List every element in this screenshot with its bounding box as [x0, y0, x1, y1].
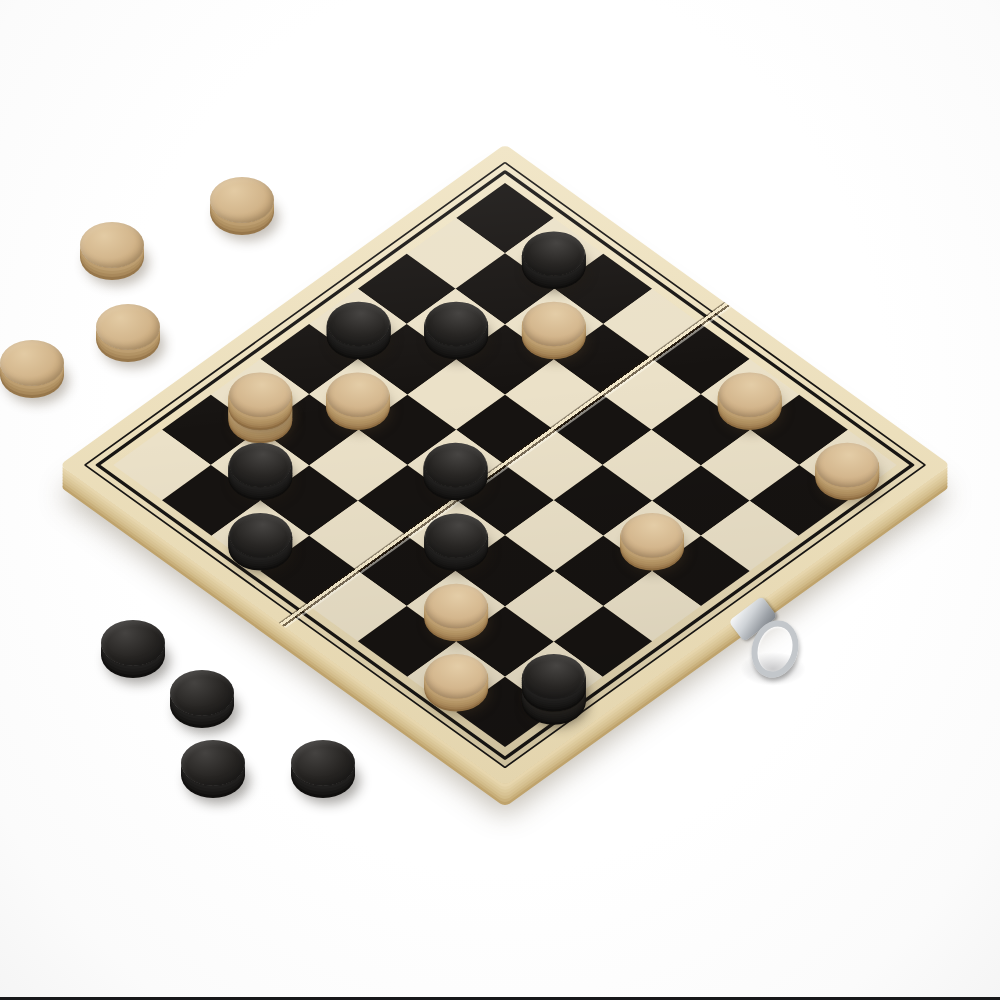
light-checker-piece-off-board: [0, 340, 64, 386]
light-checker-piece-off-board: [96, 304, 160, 350]
black-checker-piece-off-board: [181, 740, 245, 786]
black-checker-piece-off-board: [170, 670, 234, 716]
product-photo-scene: [0, 0, 1000, 1000]
light-checker-piece-off-board: [210, 177, 274, 223]
black-checker-piece-off-board: [101, 620, 165, 666]
light-checker-piece-off-board: [80, 222, 144, 268]
black-checker-piece-off-board: [291, 740, 355, 786]
clasp: [722, 594, 818, 698]
